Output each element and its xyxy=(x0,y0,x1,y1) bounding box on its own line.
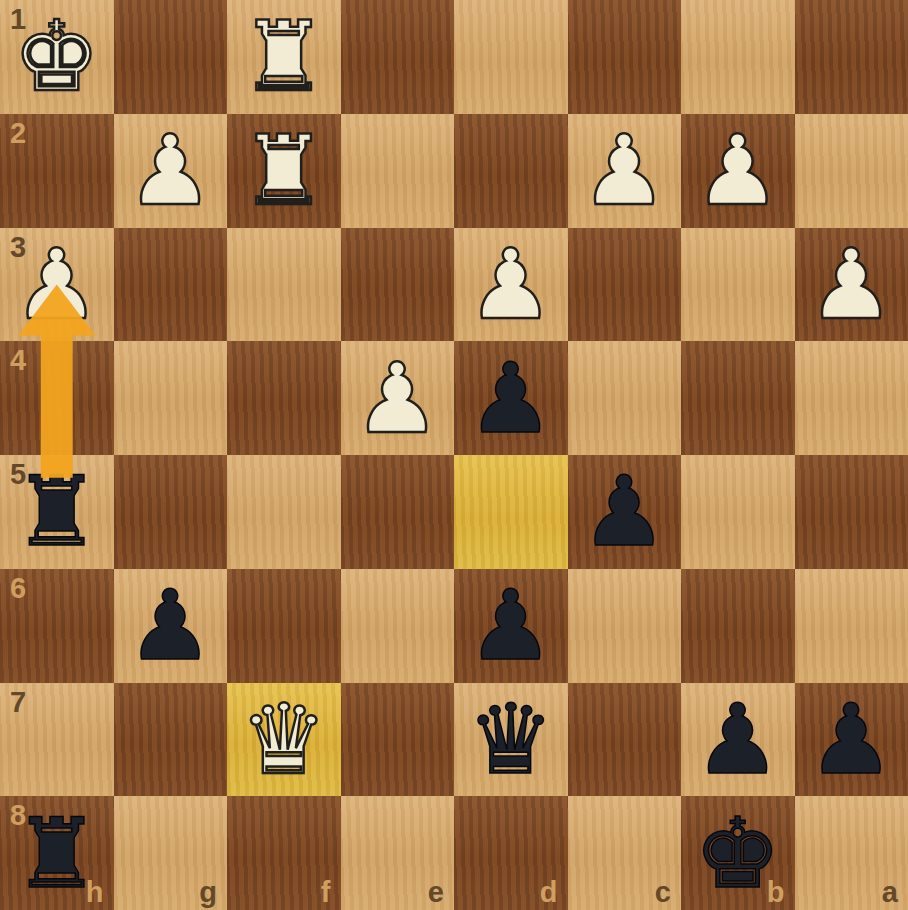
square-d2[interactable] xyxy=(454,114,568,228)
square-c5[interactable]: ♟ xyxy=(568,455,682,569)
square-g5[interactable] xyxy=(114,455,228,569)
square-e4[interactable]: ♟ xyxy=(341,341,455,455)
square-d6[interactable]: ♟ xyxy=(454,569,568,683)
square-e7[interactable] xyxy=(341,683,455,797)
square-b4[interactable] xyxy=(681,341,795,455)
square-a5[interactable] xyxy=(795,455,908,569)
square-b6[interactable] xyxy=(681,569,795,683)
square-d4[interactable]: ♟ xyxy=(454,341,568,455)
square-c2[interactable]: ♟ xyxy=(568,114,682,228)
square-b1[interactable] xyxy=(681,0,795,114)
square-b5[interactable] xyxy=(681,455,795,569)
square-g3[interactable] xyxy=(114,228,228,342)
square-f3[interactable] xyxy=(227,228,341,342)
white-pawn[interactable]: ♟ xyxy=(795,228,908,342)
square-a1[interactable] xyxy=(795,0,908,114)
square-f6[interactable] xyxy=(227,569,341,683)
square-e3[interactable] xyxy=(341,228,455,342)
square-h1[interactable]: 1♚ xyxy=(0,0,114,114)
white-pawn[interactable]: ♟ xyxy=(681,114,795,228)
square-e2[interactable] xyxy=(341,114,455,228)
black-king[interactable]: ♚ xyxy=(681,796,795,910)
rank-label-6: 6 xyxy=(10,572,26,605)
square-f7[interactable]: ♛ xyxy=(227,683,341,797)
black-rook[interactable]: ♜ xyxy=(0,455,114,569)
square-a3[interactable]: ♟ xyxy=(795,228,908,342)
square-b7[interactable]: ♟ xyxy=(681,683,795,797)
square-d1[interactable] xyxy=(454,0,568,114)
square-g1[interactable] xyxy=(114,0,228,114)
white-pawn[interactable]: ♟ xyxy=(341,341,455,455)
square-b3[interactable] xyxy=(681,228,795,342)
rank-label-7: 7 xyxy=(10,686,26,719)
black-pawn[interactable]: ♟ xyxy=(454,569,568,683)
square-h6[interactable]: 6 xyxy=(0,569,114,683)
rank-label-2: 2 xyxy=(10,117,26,150)
white-pawn[interactable]: ♟ xyxy=(568,114,682,228)
black-pawn[interactable]: ♟ xyxy=(681,683,795,797)
file-label-e: e xyxy=(428,876,444,909)
white-rook[interactable]: ♜ xyxy=(227,0,341,114)
square-c4[interactable] xyxy=(568,341,682,455)
square-d5[interactable] xyxy=(454,455,568,569)
white-king[interactable]: ♚ xyxy=(0,0,114,114)
square-a7[interactable]: ♟ xyxy=(795,683,908,797)
square-e6[interactable] xyxy=(341,569,455,683)
square-f4[interactable] xyxy=(227,341,341,455)
black-pawn[interactable]: ♟ xyxy=(568,455,682,569)
square-a2[interactable] xyxy=(795,114,908,228)
square-g7[interactable] xyxy=(114,683,228,797)
square-a4[interactable] xyxy=(795,341,908,455)
black-pawn[interactable]: ♟ xyxy=(454,341,568,455)
square-f8[interactable]: f xyxy=(227,796,341,910)
square-g2[interactable]: ♟ xyxy=(114,114,228,228)
black-pawn[interactable]: ♟ xyxy=(795,683,908,797)
square-e8[interactable]: e xyxy=(341,796,455,910)
white-pawn[interactable]: ♟ xyxy=(114,114,228,228)
chess-board: 1♚♜2♟♜♟♟3♟♟♟4♟♟5♜♟6♟♟7♛♛♟♟8h♜gfedcb♚a xyxy=(0,0,908,910)
square-a6[interactable] xyxy=(795,569,908,683)
square-d8[interactable]: d xyxy=(454,796,568,910)
white-pawn[interactable]: ♟ xyxy=(454,228,568,342)
square-g8[interactable]: g xyxy=(114,796,228,910)
square-c6[interactable] xyxy=(568,569,682,683)
white-rook[interactable]: ♜ xyxy=(227,114,341,228)
square-f5[interactable] xyxy=(227,455,341,569)
rank-label-4: 4 xyxy=(10,344,26,377)
square-c1[interactable] xyxy=(568,0,682,114)
square-c3[interactable] xyxy=(568,228,682,342)
square-c7[interactable] xyxy=(568,683,682,797)
square-d3[interactable]: ♟ xyxy=(454,228,568,342)
square-g6[interactable]: ♟ xyxy=(114,569,228,683)
square-d7[interactable]: ♛ xyxy=(454,683,568,797)
black-queen[interactable]: ♛ xyxy=(454,683,568,797)
square-h3[interactable]: 3♟ xyxy=(0,228,114,342)
file-label-d: d xyxy=(540,876,558,909)
square-h8[interactable]: 8h♜ xyxy=(0,796,114,910)
square-h4[interactable]: 4 xyxy=(0,341,114,455)
square-h5[interactable]: 5♜ xyxy=(0,455,114,569)
square-h7[interactable]: 7 xyxy=(0,683,114,797)
square-h2[interactable]: 2 xyxy=(0,114,114,228)
square-c8[interactable]: c xyxy=(568,796,682,910)
square-b2[interactable]: ♟ xyxy=(681,114,795,228)
square-g4[interactable] xyxy=(114,341,228,455)
black-rook[interactable]: ♜ xyxy=(0,796,114,910)
square-e5[interactable] xyxy=(341,455,455,569)
square-e1[interactable] xyxy=(341,0,455,114)
square-a8[interactable]: a xyxy=(795,796,908,910)
square-f2[interactable]: ♜ xyxy=(227,114,341,228)
white-pawn[interactable]: ♟ xyxy=(0,228,114,342)
square-b8[interactable]: b♚ xyxy=(681,796,795,910)
file-label-g: g xyxy=(199,876,217,909)
white-queen[interactable]: ♛ xyxy=(227,683,341,797)
file-label-a: a xyxy=(882,876,898,909)
file-label-f: f xyxy=(321,876,331,909)
file-label-c: c xyxy=(655,876,671,909)
square-f1[interactable]: ♜ xyxy=(227,0,341,114)
black-pawn[interactable]: ♟ xyxy=(114,569,228,683)
